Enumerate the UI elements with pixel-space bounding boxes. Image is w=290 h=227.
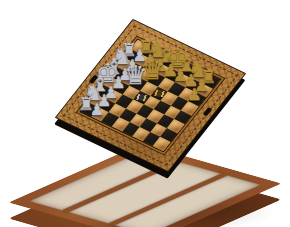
board-frame: ♜♞♝♚♝♞♜♜♟♟♟♟♟♟♟♞♟♛♟♝♟♛♚♟♝♟♞♟♜♟ [55,19,247,172]
lift-notch [203,107,213,116]
chess-board: ♜♞♝♚♝♞♜♜♟♟♟♟♟♟♟♞♟♛♟♝♟♛♚♟♝♟♞♟♜♟ [55,19,247,172]
lift-notch [88,75,98,84]
chess-set-photo: ♜♞♝♚♝♞♜♜♟♟♟♟♟♟♟♞♟♛♟♝♟♛♚♟♝♟♞♟♜♟ [0,0,290,227]
